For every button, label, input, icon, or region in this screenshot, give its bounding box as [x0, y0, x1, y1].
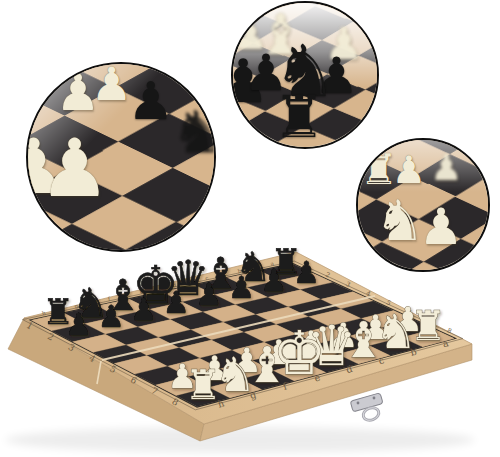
piece-black-pawn: ♟	[260, 263, 287, 298]
piece-black-pawn: ♟	[130, 292, 157, 327]
piece-black-pawn: ♟	[98, 299, 125, 334]
piece-black-pawn: ♟	[65, 307, 92, 342]
inset-piece-white-pawn: ♟	[392, 151, 426, 189]
piece-white-rook: ♜	[185, 361, 221, 409]
detail-inset-top-right: ♟♝♟♟♟♟♞♜	[231, 1, 379, 149]
piece-black-pawn: ♟	[163, 285, 190, 320]
product-photo: 1122334455667788aabbccddeeffgghh♜♞♝♛♚♝♞♜…	[0, 0, 500, 457]
inset-piece-white-pawn: ♟	[419, 202, 464, 252]
inset-piece-black-rook: ♜	[273, 88, 325, 146]
inset-piece-white-pawn: ♟	[39, 129, 111, 209]
inset-piece-white-pawn: ♟	[430, 150, 462, 186]
piece-black-pawn: ♟	[228, 270, 255, 305]
inset-piece-white-pawn: ♟	[91, 62, 132, 107]
board-shadow	[5, 427, 475, 453]
piece-black-pawn: ♟	[293, 255, 320, 290]
detail-inset-top-left: ♟♟♟♟♟♞	[26, 62, 216, 252]
inset-piece-white-knight: ♞	[374, 193, 424, 249]
detail-inset-middle-right: ♜♟♟♞♟	[356, 138, 490, 272]
piece-black-pawn: ♟	[195, 277, 222, 312]
clasp	[350, 393, 383, 423]
inset-piece-black-pawn: ♟	[127, 75, 174, 127]
